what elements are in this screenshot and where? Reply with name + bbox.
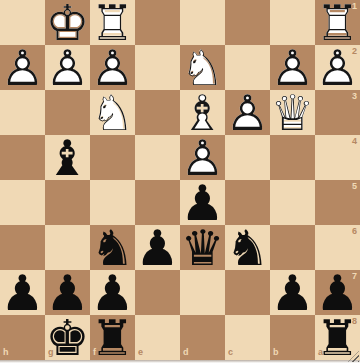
square-d2[interactable]: ♞♘ bbox=[180, 45, 225, 90]
file-label-c: c bbox=[228, 348, 233, 357]
white-queen-outline: ♕ bbox=[267, 87, 318, 138]
square-h7[interactable]: ♟ bbox=[0, 270, 45, 315]
rank-label-5: 5 bbox=[352, 182, 357, 191]
square-f3[interactable]: ♞♘ bbox=[90, 90, 135, 135]
square-e6[interactable]: ♟ bbox=[135, 225, 180, 270]
square-g2[interactable]: ♟♙ bbox=[45, 45, 90, 90]
square-e4[interactable] bbox=[135, 135, 180, 180]
square-d3[interactable]: ♝♗ bbox=[180, 90, 225, 135]
square-d7[interactable] bbox=[180, 270, 225, 315]
square-c8[interactable]: c bbox=[225, 315, 270, 360]
black-bishop-fill: ♝ bbox=[42, 132, 93, 183]
black-queen: ♛ bbox=[177, 222, 228, 273]
square-h8[interactable]: h bbox=[0, 315, 45, 360]
black-queen-fill: ♛ bbox=[177, 222, 228, 273]
square-f7[interactable]: ♟ bbox=[90, 270, 135, 315]
square-a6[interactable]: 6 bbox=[315, 225, 360, 270]
square-g8[interactable]: ♚g bbox=[45, 315, 90, 360]
square-c5[interactable] bbox=[225, 180, 270, 225]
square-g3[interactable] bbox=[45, 90, 90, 135]
square-f6[interactable]: ♞ bbox=[90, 225, 135, 270]
rank-label-8: 8 bbox=[352, 317, 357, 326]
square-f1[interactable]: ♜♖ bbox=[90, 0, 135, 45]
rank-label-4: 4 bbox=[352, 137, 357, 146]
square-c6[interactable]: ♞ bbox=[225, 225, 270, 270]
square-h1[interactable] bbox=[0, 0, 45, 45]
black-pawn: ♟ bbox=[132, 222, 183, 273]
square-b1[interactable] bbox=[270, 0, 315, 45]
square-f4[interactable] bbox=[90, 135, 135, 180]
square-g6[interactable] bbox=[45, 225, 90, 270]
square-h6[interactable] bbox=[0, 225, 45, 270]
black-bishop: ♝ bbox=[42, 132, 93, 183]
square-e3[interactable] bbox=[135, 90, 180, 135]
square-g7[interactable]: ♟ bbox=[45, 270, 90, 315]
square-d1[interactable] bbox=[180, 0, 225, 45]
square-g5[interactable] bbox=[45, 180, 90, 225]
rank-label-7: 7 bbox=[352, 272, 357, 281]
rank-label-1: 1 bbox=[352, 2, 357, 11]
square-h2[interactable]: ♟♙ bbox=[0, 45, 45, 90]
file-label-b: b bbox=[273, 348, 279, 357]
square-a8[interactable]: ♜8a bbox=[315, 315, 360, 360]
file-label-d: d bbox=[183, 348, 189, 357]
square-a2[interactable]: ♟♙2 bbox=[315, 45, 360, 90]
chess-board-diagram: ♚♔♜♖♜♖1♟♙♟♙♟♙♞♘♟♙♟♙2♞♘♝♗♟♙♛♕3♝♟♙4♟5♞♟♛♞6… bbox=[0, 0, 360, 363]
square-h4[interactable] bbox=[0, 135, 45, 180]
rank-label-3: 3 bbox=[352, 92, 357, 101]
file-label-h: h bbox=[3, 348, 9, 357]
black-knight: ♞ bbox=[222, 222, 273, 273]
square-c3[interactable]: ♟♙ bbox=[225, 90, 270, 135]
black-pawn: ♟ bbox=[267, 267, 318, 318]
white-knight-outline: ♘ bbox=[87, 87, 138, 138]
square-c2[interactable] bbox=[225, 45, 270, 90]
square-d4[interactable]: ♟♙ bbox=[180, 135, 225, 180]
square-e2[interactable] bbox=[135, 45, 180, 90]
square-a3[interactable]: 3 bbox=[315, 90, 360, 135]
square-f2[interactable]: ♟♙ bbox=[90, 45, 135, 90]
square-e5[interactable] bbox=[135, 180, 180, 225]
square-a1[interactable]: ♜♖1 bbox=[315, 0, 360, 45]
square-d8[interactable]: d bbox=[180, 315, 225, 360]
square-g1[interactable]: ♚♔ bbox=[45, 0, 90, 45]
square-f5[interactable] bbox=[90, 180, 135, 225]
rank-label-2: 2 bbox=[352, 47, 357, 56]
square-b3[interactable]: ♛♕ bbox=[270, 90, 315, 135]
rank-label-6: 6 bbox=[352, 227, 357, 236]
square-b6[interactable] bbox=[270, 225, 315, 270]
square-c7[interactable] bbox=[225, 270, 270, 315]
square-c1[interactable] bbox=[225, 0, 270, 45]
white-pawn: ♟♙ bbox=[222, 87, 273, 138]
square-a5[interactable]: 5 bbox=[315, 180, 360, 225]
square-e1[interactable] bbox=[135, 0, 180, 45]
white-pawn-outline: ♙ bbox=[42, 42, 93, 93]
black-pawn-fill: ♟ bbox=[132, 222, 183, 273]
file-label-g: g bbox=[48, 348, 54, 357]
square-b2[interactable]: ♟♙ bbox=[270, 45, 315, 90]
square-a7[interactable]: ♟7 bbox=[315, 270, 360, 315]
square-a4[interactable]: 4 bbox=[315, 135, 360, 180]
square-b4[interactable] bbox=[270, 135, 315, 180]
square-d5[interactable]: ♟ bbox=[180, 180, 225, 225]
square-e8[interactable]: e bbox=[135, 315, 180, 360]
square-h3[interactable] bbox=[0, 90, 45, 135]
black-knight-fill: ♞ bbox=[222, 222, 273, 273]
square-e7[interactable] bbox=[135, 270, 180, 315]
square-f8[interactable]: ♜f bbox=[90, 315, 135, 360]
black-pawn-fill: ♟ bbox=[267, 267, 318, 318]
square-b5[interactable] bbox=[270, 180, 315, 225]
white-knight: ♞♘ bbox=[87, 87, 138, 138]
square-d6[interactable]: ♛ bbox=[180, 225, 225, 270]
chess-board: ♚♔♜♖♜♖1♟♙♟♙♟♙♞♘♟♙♟♙2♞♘♝♗♟♙♛♕3♝♟♙4♟5♞♟♛♞6… bbox=[0, 0, 360, 360]
file-label-e: e bbox=[138, 348, 143, 357]
white-queen: ♛♕ bbox=[267, 87, 318, 138]
white-pawn: ♟♙ bbox=[42, 42, 93, 93]
square-g4[interactable]: ♝ bbox=[45, 135, 90, 180]
file-label-a: a bbox=[318, 348, 323, 357]
square-b7[interactable]: ♟ bbox=[270, 270, 315, 315]
white-pawn-outline: ♙ bbox=[222, 87, 273, 138]
square-h5[interactable] bbox=[0, 180, 45, 225]
square-c4[interactable] bbox=[225, 135, 270, 180]
square-b8[interactable]: b bbox=[270, 315, 315, 360]
file-label-f: f bbox=[93, 348, 96, 357]
